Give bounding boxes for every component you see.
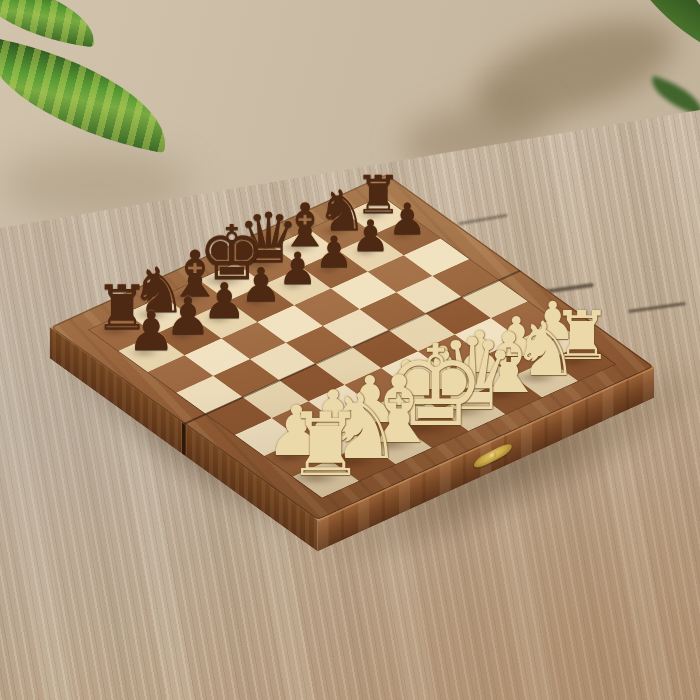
square-f1[interactable]	[476, 377, 542, 415]
square-e3[interactable]	[381, 351, 447, 389]
square-c1[interactable]	[366, 427, 432, 465]
square-e2[interactable]	[410, 372, 476, 410]
square-a2[interactable]	[264, 439, 330, 477]
square-c5[interactable]	[250, 343, 316, 381]
square-b1[interactable]	[330, 443, 396, 481]
square-b2[interactable]	[300, 422, 366, 460]
square-b3[interactable]	[271, 401, 337, 439]
square-b4[interactable]	[242, 380, 308, 418]
square-a1[interactable]	[293, 460, 359, 498]
square-d1[interactable]	[403, 410, 469, 448]
square-a3[interactable]	[235, 418, 301, 456]
square-d2[interactable]	[374, 389, 440, 427]
square-a6[interactable]	[147, 355, 213, 393]
square-c3[interactable]	[308, 385, 374, 423]
square-c2[interactable]	[337, 406, 403, 444]
square-b5[interactable]	[213, 359, 279, 397]
square-h1[interactable]	[549, 343, 615, 381]
square-g1[interactable]	[512, 360, 578, 398]
square-e1[interactable]	[439, 393, 505, 431]
clasp-knob-icon	[489, 451, 496, 462]
square-f2[interactable]	[447, 356, 513, 394]
square-d3[interactable]	[345, 368, 411, 406]
square-d4[interactable]	[315, 347, 381, 385]
photo-scene: ♜♞♟♝♟♛♟♚♟♝♟♞♟♜♟♟♟♟♜♟♞♟♝♟♛♟♚♟♝♟♞♜	[0, 0, 700, 700]
square-c4[interactable]	[279, 364, 345, 402]
square-a5[interactable]	[177, 376, 243, 414]
fold-hinge-gap	[182, 422, 186, 456]
square-a4[interactable]	[206, 397, 272, 435]
